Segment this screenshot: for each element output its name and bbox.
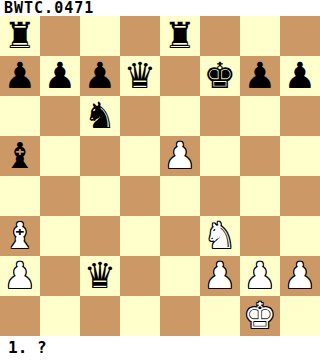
square-f7[interactable]: ♚ (200, 56, 240, 96)
square-c1[interactable] (80, 296, 120, 336)
square-h7[interactable]: ♟ (280, 56, 320, 96)
black-pawn-icon: ♟ (284, 56, 316, 96)
square-a6[interactable] (0, 96, 40, 136)
square-b4[interactable] (40, 176, 80, 216)
square-f6[interactable] (200, 96, 240, 136)
white-bishop-icon: ♝ (4, 216, 36, 256)
square-g7[interactable]: ♟ (240, 56, 280, 96)
square-d1[interactable] (120, 296, 160, 336)
black-pawn-icon: ♟ (44, 56, 76, 96)
black-rook-icon: ♜ (4, 16, 36, 56)
square-d7[interactable]: ♛ (120, 56, 160, 96)
square-b5[interactable] (40, 136, 80, 176)
square-g1[interactable]: ♚ (240, 296, 280, 336)
white-knight-icon: ♞ (204, 216, 236, 256)
square-a8[interactable]: ♜ (0, 16, 40, 56)
square-g8[interactable] (240, 16, 280, 56)
square-c5[interactable] (80, 136, 120, 176)
square-h6[interactable] (280, 96, 320, 136)
square-b6[interactable] (40, 96, 80, 136)
square-h2[interactable]: ♟ (280, 256, 320, 296)
square-e8[interactable]: ♜ (160, 16, 200, 56)
black-bishop-icon: ♝ (4, 136, 36, 176)
white-pawn-icon: ♟ (4, 256, 36, 296)
square-e3[interactable] (160, 216, 200, 256)
black-queen-icon: ♛ (84, 256, 116, 296)
square-a2[interactable]: ♟ (0, 256, 40, 296)
square-a3[interactable]: ♝ (0, 216, 40, 256)
square-h3[interactable] (280, 216, 320, 256)
square-a7[interactable]: ♟ (0, 56, 40, 96)
square-c6[interactable]: ♞ (80, 96, 120, 136)
square-e4[interactable] (160, 176, 200, 216)
square-c4[interactable] (80, 176, 120, 216)
square-h4[interactable] (280, 176, 320, 216)
square-e6[interactable] (160, 96, 200, 136)
white-pawn-icon: ♟ (204, 256, 236, 296)
square-d6[interactable] (120, 96, 160, 136)
square-d4[interactable] (120, 176, 160, 216)
square-b3[interactable] (40, 216, 80, 256)
square-g3[interactable] (240, 216, 280, 256)
square-e7[interactable] (160, 56, 200, 96)
square-d5[interactable] (120, 136, 160, 176)
move-prompt: 1. ? (0, 336, 320, 360)
square-d3[interactable] (120, 216, 160, 256)
square-c8[interactable] (80, 16, 120, 56)
square-h1[interactable] (280, 296, 320, 336)
square-c7[interactable]: ♟ (80, 56, 120, 96)
square-c2[interactable]: ♛ (80, 256, 120, 296)
black-pawn-icon: ♟ (84, 56, 116, 96)
square-d2[interactable] (120, 256, 160, 296)
square-e2[interactable] (160, 256, 200, 296)
square-g5[interactable] (240, 136, 280, 176)
square-e5[interactable]: ♟ (160, 136, 200, 176)
square-f8[interactable] (200, 16, 240, 56)
square-e1[interactable] (160, 296, 200, 336)
square-h8[interactable] (280, 16, 320, 56)
white-pawn-icon: ♟ (164, 136, 196, 176)
black-pawn-icon: ♟ (4, 56, 36, 96)
black-king-icon: ♚ (204, 56, 236, 96)
white-pawn-icon: ♟ (284, 256, 316, 296)
white-king-icon: ♚ (244, 296, 276, 336)
square-a1[interactable] (0, 296, 40, 336)
square-g2[interactable]: ♟ (240, 256, 280, 296)
square-g6[interactable] (240, 96, 280, 136)
puzzle-id: BWTC.0471 (0, 0, 320, 16)
white-pawn-icon: ♟ (244, 256, 276, 296)
square-f5[interactable] (200, 136, 240, 176)
square-a5[interactable]: ♝ (0, 136, 40, 176)
square-f4[interactable] (200, 176, 240, 216)
square-d8[interactable] (120, 16, 160, 56)
square-b1[interactable] (40, 296, 80, 336)
square-c3[interactable] (80, 216, 120, 256)
chess-board: ♜♜♟♟♟♛♚♟♟♞♝♟♝♞♟♛♟♟♟♚ (0, 16, 320, 336)
puzzle-viewer: BWTC.0471 ♜♜♟♟♟♛♚♟♟♞♝♟♝♞♟♛♟♟♟♚ 1. ? (0, 0, 320, 360)
square-b2[interactable] (40, 256, 80, 296)
square-b7[interactable]: ♟ (40, 56, 80, 96)
square-f3[interactable]: ♞ (200, 216, 240, 256)
square-b8[interactable] (40, 16, 80, 56)
square-h5[interactable] (280, 136, 320, 176)
black-queen-icon: ♛ (124, 56, 156, 96)
black-pawn-icon: ♟ (244, 56, 276, 96)
square-a4[interactable] (0, 176, 40, 216)
square-f1[interactable] (200, 296, 240, 336)
square-g4[interactable] (240, 176, 280, 216)
black-rook-icon: ♜ (164, 16, 196, 56)
black-knight-icon: ♞ (84, 96, 116, 136)
square-f2[interactable]: ♟ (200, 256, 240, 296)
